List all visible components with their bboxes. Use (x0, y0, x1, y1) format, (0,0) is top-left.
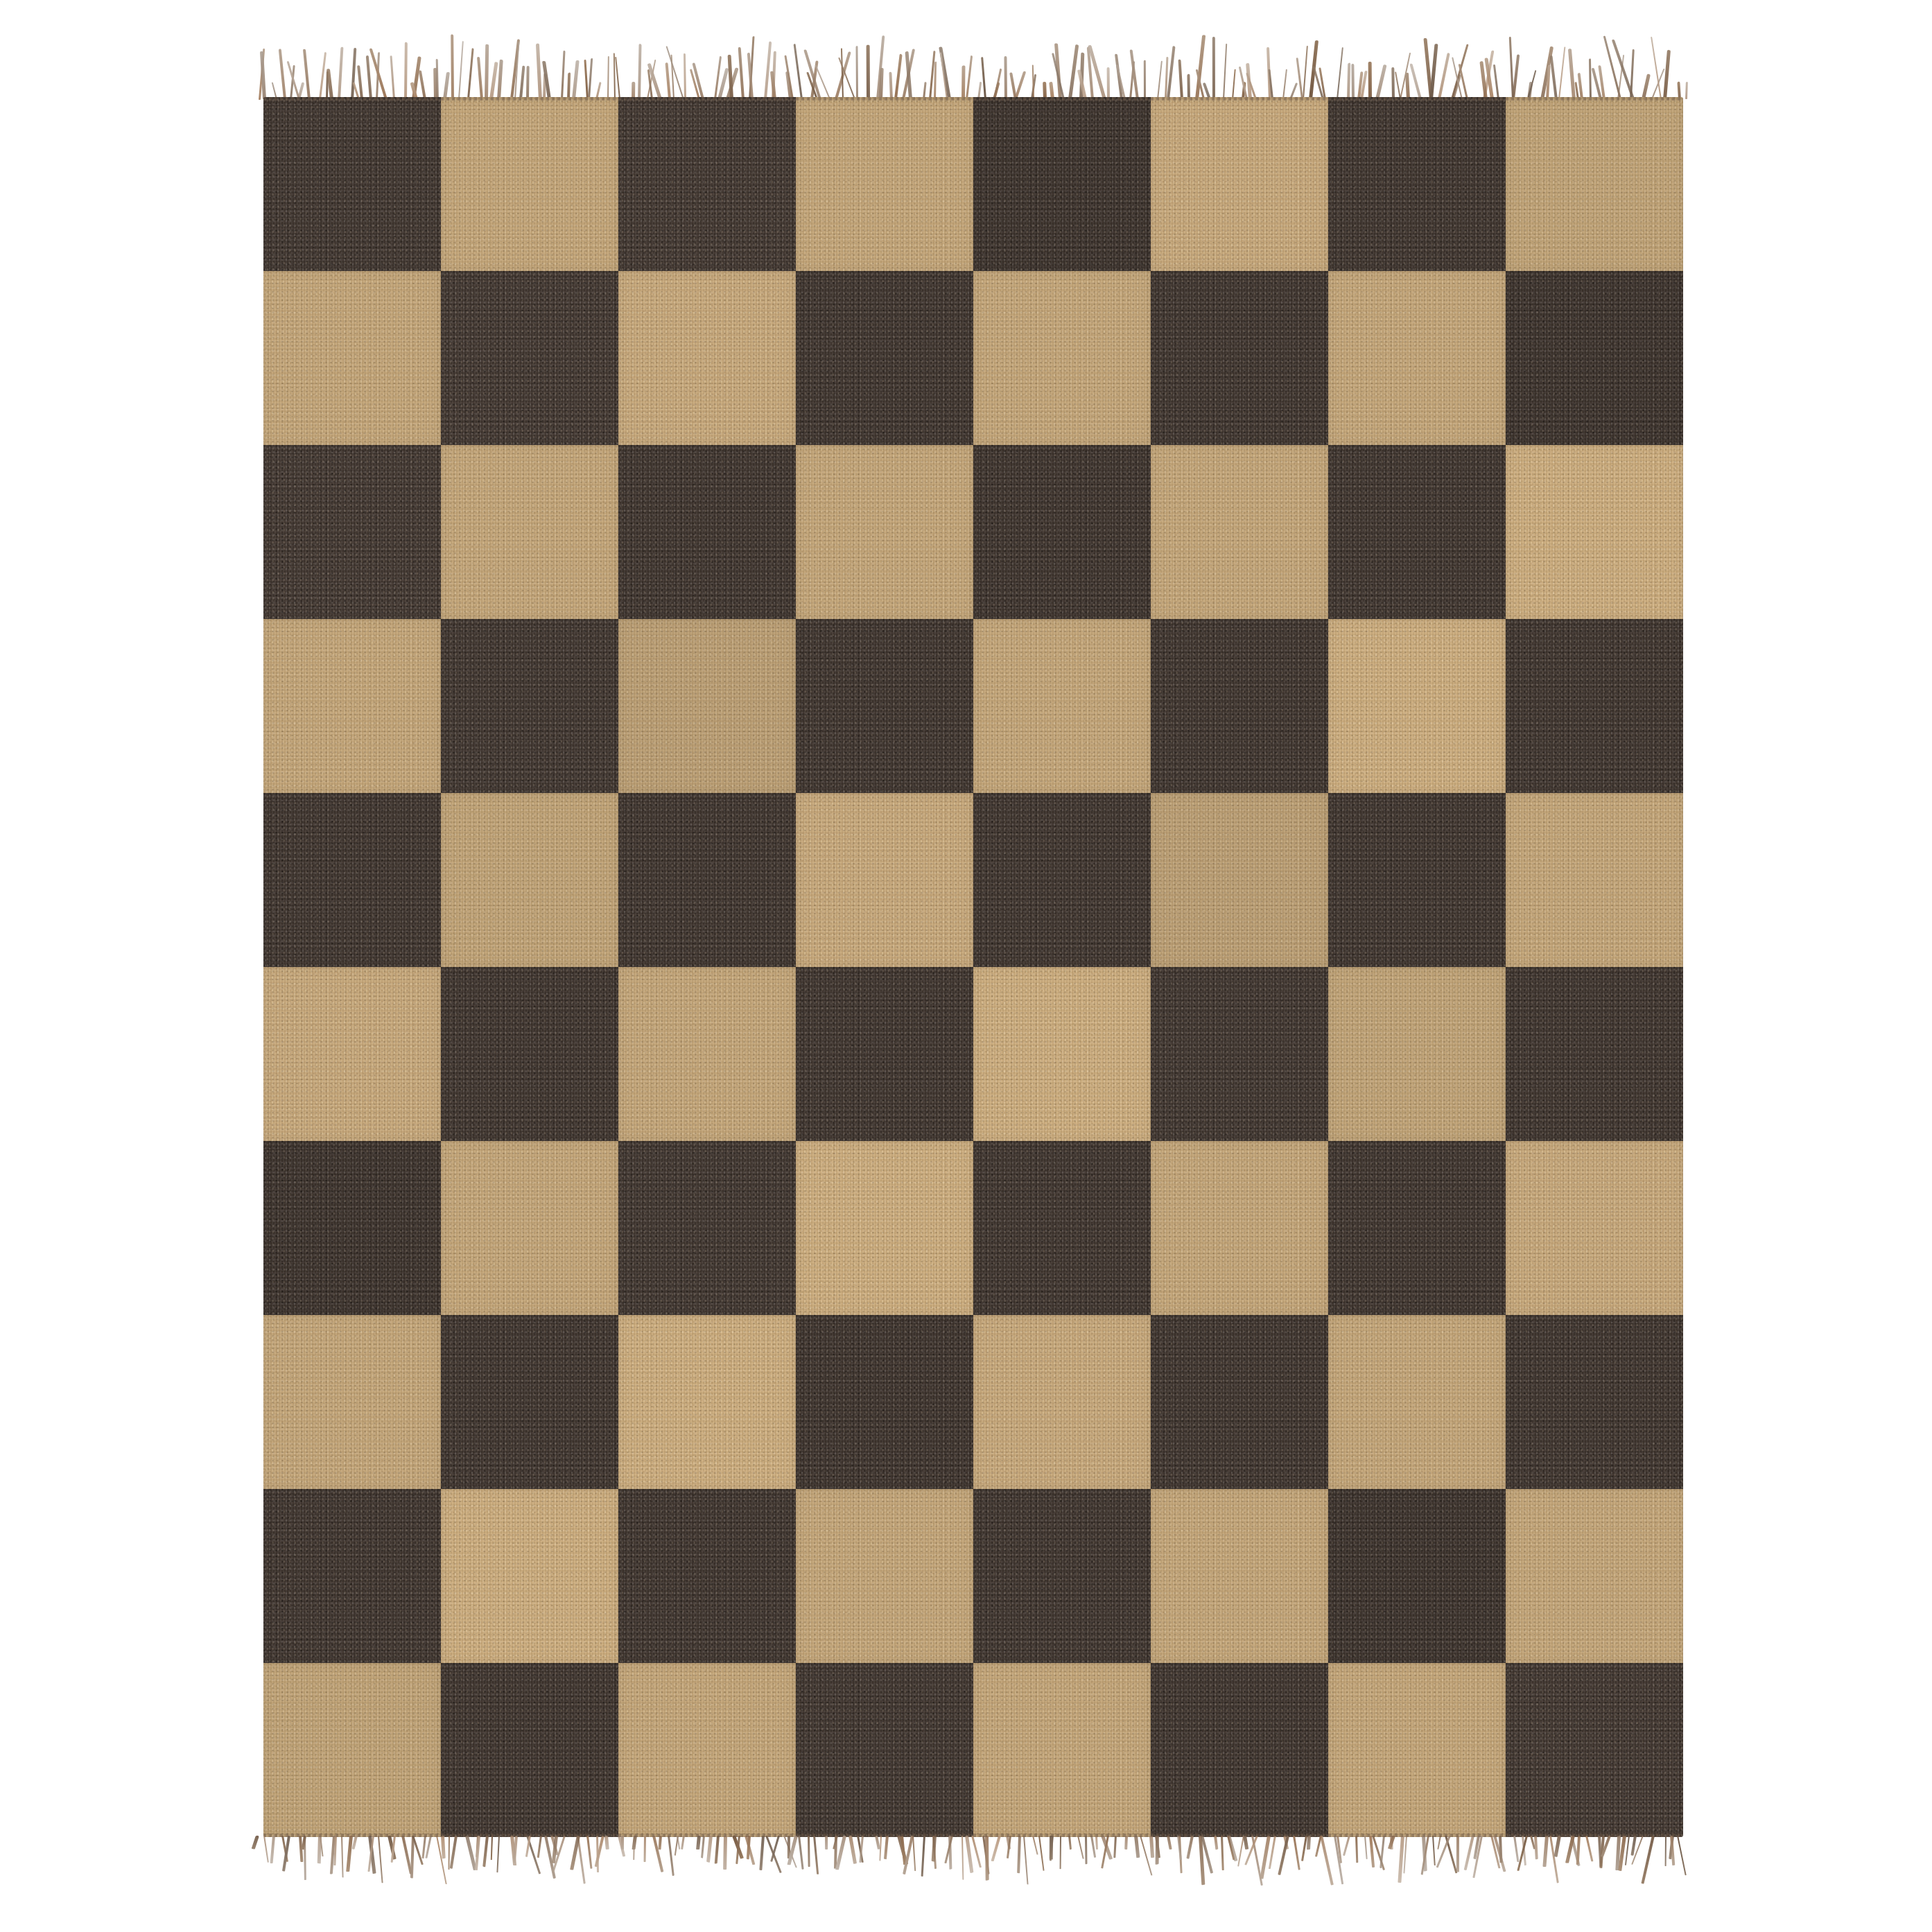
fringe-strand (450, 1836, 458, 1869)
fringe-strand (1178, 1836, 1182, 1873)
fringe-strand (658, 1836, 661, 1850)
fringe-strand (1315, 1836, 1322, 1856)
square-r8c3 (618, 1315, 796, 1489)
square-r5c7 (1328, 793, 1506, 967)
square-r10c8 (1506, 1663, 1683, 1837)
fringe-strand (879, 68, 884, 99)
fringe-strand (1357, 71, 1364, 99)
square-r9c8 (1506, 1489, 1683, 1663)
fringe-strand (1227, 1836, 1237, 1861)
fringe-strand (476, 1836, 479, 1857)
photo-canvas (0, 0, 1932, 1932)
fringe-strand (993, 68, 1002, 99)
fringe-strand (1619, 1836, 1627, 1871)
fringe-strand (542, 61, 551, 99)
fringe-strand (1423, 38, 1432, 99)
square-r1c6 (1151, 97, 1328, 271)
fringe-strand (929, 51, 935, 99)
fringe-strand (810, 60, 818, 99)
fringe-strand (552, 1836, 566, 1872)
fringe-strand (1309, 40, 1319, 99)
fringe-strand (1642, 1836, 1655, 1884)
fringe-strand (1565, 1836, 1575, 1863)
fringe-strand (1282, 69, 1287, 100)
fringe-strand (270, 1836, 276, 1863)
fringe-strand (1116, 64, 1126, 99)
fringe-strand (1307, 1836, 1311, 1850)
fringe-strand (787, 1836, 790, 1859)
fringe-strand (1612, 40, 1635, 99)
fringe-strand (875, 1836, 880, 1850)
fringe-strand (1380, 1836, 1385, 1869)
fringe-strand (806, 72, 818, 100)
fringe-strand (633, 1836, 635, 1860)
square-r4c1 (263, 619, 441, 793)
square-r8c1 (263, 1315, 441, 1489)
fringe-strand (376, 53, 380, 99)
fringe-strand (436, 1836, 447, 1884)
fringe-strand (674, 1836, 678, 1856)
fringe-strand (436, 59, 439, 99)
square-r8c5 (973, 1315, 1151, 1489)
fringe-strand (902, 49, 915, 99)
fringe-strand (835, 1836, 846, 1870)
fringe-strand (536, 43, 542, 99)
square-r2c4 (796, 271, 973, 445)
fringe-strand (665, 46, 684, 99)
fringe-strand (966, 55, 973, 100)
fringe-strand (1115, 54, 1123, 99)
square-r8c8 (1506, 1315, 1683, 1489)
fringe-strand (260, 51, 266, 99)
fringe-strand (647, 60, 656, 99)
square-r8c7 (1328, 1315, 1506, 1489)
fringe-strand (859, 1836, 863, 1863)
fringe-strand (638, 44, 642, 100)
fringe-strand (1113, 1836, 1116, 1858)
fringe-strand (304, 1836, 306, 1880)
fringe-strand (1347, 62, 1350, 99)
fringe-strand (514, 42, 519, 99)
fringe-strand (1283, 1836, 1289, 1850)
fringe-strand (921, 1836, 926, 1877)
fringe-strand (1156, 1836, 1159, 1865)
fringe-strand (1585, 1836, 1593, 1862)
fringe-strand (1245, 1836, 1259, 1865)
square-r4c5 (973, 619, 1151, 793)
fringe-strand (1260, 1836, 1270, 1879)
fringe-strand (1429, 44, 1438, 100)
square-r6c3 (618, 967, 796, 1141)
fringe-strand (1534, 1836, 1538, 1859)
fringe-strand (1527, 70, 1537, 100)
fringe-strand (1337, 1836, 1342, 1864)
fringe-strand (525, 1836, 531, 1858)
checkerboard-rug (263, 97, 1683, 1837)
fringe-strand (290, 65, 295, 99)
square-r7c5 (973, 1141, 1151, 1315)
fringe-strand (1334, 1836, 1344, 1885)
fringe-strand (1006, 1836, 1011, 1850)
fringe-strand (526, 66, 529, 99)
square-r1c5 (973, 97, 1151, 271)
square-r4c4 (796, 619, 973, 793)
fringe-bottom (258, 1836, 1689, 1891)
fringe-strand (1144, 60, 1146, 99)
fringe-strand (940, 52, 948, 99)
fringe-strand (1004, 56, 1007, 99)
fringe-strand (287, 61, 301, 100)
square-r5c1 (263, 793, 441, 967)
fringe-strand (749, 36, 755, 99)
fringe-strand (1480, 61, 1488, 99)
fringe-strand (263, 1836, 269, 1863)
fringe-strand (1452, 74, 1461, 100)
fringe-strand (1603, 36, 1621, 99)
fringe-strand (939, 47, 952, 100)
fringe-strand (1049, 1836, 1053, 1861)
fringe-strand (1355, 1836, 1359, 1863)
fringe-strand (1223, 43, 1228, 99)
fringe-strand (1296, 58, 1304, 99)
fringe-strand (410, 1836, 415, 1879)
fringe-strand (857, 1836, 864, 1862)
square-r1c1 (263, 97, 441, 271)
fringe-strand (982, 1836, 989, 1874)
checkerboard (263, 97, 1683, 1837)
fringe-strand (1232, 69, 1236, 99)
fringe-strand (894, 54, 902, 100)
fringe-strand (388, 1836, 396, 1860)
fringe-strand (889, 71, 893, 99)
square-r8c2 (441, 1315, 618, 1489)
fringe-strand (302, 49, 310, 99)
square-r3c6 (1151, 445, 1328, 619)
fringe-strand (794, 44, 803, 99)
square-r2c8 (1506, 271, 1683, 445)
fringe-strand (1095, 1836, 1098, 1850)
square-r4c8 (1506, 619, 1683, 793)
fringe-strand (1601, 1836, 1611, 1857)
fringe-strand (787, 1836, 798, 1865)
fringe-strand (1517, 1836, 1528, 1871)
fringe-strand (1509, 37, 1515, 100)
square-r6c1 (263, 967, 441, 1141)
square-r6c4 (796, 967, 973, 1141)
square-r4c3 (618, 619, 796, 793)
fringe-strand (299, 1836, 303, 1862)
square-r5c5 (973, 793, 1151, 967)
fringe-strand (1410, 63, 1422, 99)
fringe-strand (326, 69, 333, 99)
fringe-strand (745, 1836, 756, 1865)
fringe-strand (543, 73, 546, 99)
fringe-strand (1546, 64, 1551, 99)
fringe-strand (1630, 49, 1634, 99)
fringe-strand (770, 1836, 780, 1862)
fringe-strand (621, 1836, 624, 1850)
fringe-strand (808, 1836, 810, 1867)
fringe-strand (1400, 53, 1411, 99)
fringe-strand (1246, 73, 1256, 100)
fringe-strand (544, 1835, 556, 1879)
fringe-strand (1054, 44, 1062, 99)
fringe-strand (1165, 57, 1168, 99)
fringe-strand (1456, 1836, 1459, 1872)
fringe-strand (1677, 1836, 1687, 1875)
fringe-strand (1303, 46, 1308, 99)
fringe-strand (1090, 1836, 1096, 1858)
fringe-strand (1140, 1836, 1153, 1875)
square-r9c5 (973, 1489, 1151, 1663)
fringe-strand (1540, 46, 1554, 99)
square-r2c6 (1151, 271, 1328, 445)
fringe-strand (1499, 1836, 1503, 1863)
square-r6c6 (1151, 967, 1328, 1141)
fringe-strand (1134, 1836, 1140, 1859)
fringe-strand (1149, 1836, 1154, 1858)
fringe-strand (577, 1836, 586, 1884)
fringe-strand (1463, 1836, 1474, 1871)
fringe-strand (302, 1836, 306, 1850)
square-r1c3 (618, 97, 796, 271)
square-r2c7 (1328, 271, 1506, 445)
fringe-strand (772, 51, 776, 99)
fringe-strand (1195, 35, 1206, 99)
square-r1c7 (1328, 97, 1506, 271)
fringe-strand (677, 1836, 680, 1850)
fringe-strand (728, 55, 733, 99)
fringe-strand (391, 1836, 396, 1863)
fringe-strand (1625, 1836, 1630, 1865)
square-r7c6 (1151, 1141, 1328, 1315)
fringe-strand (1670, 1836, 1675, 1865)
fringe-strand (1023, 1836, 1029, 1884)
fringe-strand (1014, 71, 1026, 99)
square-r4c7 (1328, 619, 1506, 793)
fringe-strand (738, 47, 744, 99)
square-r2c3 (618, 271, 796, 445)
fringe-strand (1360, 71, 1368, 99)
fringe-strand (1212, 37, 1215, 99)
fringe-strand (726, 67, 739, 99)
fringe-strand (618, 1836, 625, 1857)
fringe-strand (723, 1836, 727, 1870)
fringe-strand (1031, 74, 1036, 99)
square-r5c6 (1151, 793, 1328, 967)
fringe-strand (1631, 1836, 1644, 1865)
fringe-strand (1549, 55, 1557, 99)
fringe-strand (1079, 53, 1084, 100)
fringe-strand (1493, 64, 1499, 99)
fringe-strand (485, 44, 489, 99)
fringe-strand (1485, 58, 1494, 100)
fringe-strand (1445, 1836, 1458, 1874)
fringe-strand (736, 1836, 740, 1864)
fringe-strand (1085, 1836, 1088, 1864)
fringe-strand (404, 42, 408, 99)
fringe-strand (1651, 69, 1665, 99)
fringe-strand (1017, 1836, 1020, 1874)
fringe-strand (1395, 72, 1401, 99)
fringe-strand (934, 62, 937, 100)
fringe-strand (1513, 1836, 1520, 1862)
fringe-strand (1390, 1836, 1393, 1850)
fringe-strand (668, 1836, 675, 1876)
fringe-strand (572, 60, 579, 99)
fringe-strand (1050, 1836, 1053, 1860)
fringe-strand (551, 1836, 557, 1863)
fringe-strand (1651, 37, 1662, 99)
fringe-top (258, 33, 1689, 99)
square-r5c8 (1506, 793, 1683, 967)
fringe-strand (965, 1836, 973, 1874)
square-r7c2 (441, 1141, 618, 1315)
fringe-strand (856, 46, 858, 99)
square-r7c1 (263, 1141, 441, 1315)
square-r9c2 (441, 1489, 618, 1663)
fringe-strand (412, 56, 421, 100)
fringe-strand (1221, 1836, 1224, 1870)
fringe-strand (1421, 1836, 1429, 1875)
square-r3c1 (263, 445, 441, 619)
fringe-strand (1558, 47, 1566, 99)
fringe-strand (251, 1836, 259, 1850)
fringe-strand (1432, 1836, 1436, 1865)
fringe-strand (717, 68, 729, 100)
square-r3c7 (1328, 445, 1506, 619)
fringe-strand (1195, 69, 1204, 99)
fringe-strand (607, 56, 609, 99)
fringe-strand (1530, 1836, 1535, 1850)
square-r1c2 (441, 97, 618, 271)
fringe-strand (596, 1836, 599, 1872)
square-r9c3 (618, 1489, 796, 1663)
fringe-strand (665, 62, 671, 99)
fringe-strand (764, 42, 772, 100)
fringe-strand (1458, 64, 1468, 100)
fringe-strand (1320, 1836, 1334, 1886)
fringe-strand (1167, 1836, 1172, 1850)
fringe-strand (1512, 54, 1520, 99)
fringe-strand (594, 1836, 604, 1868)
fringe-strand (759, 1836, 765, 1870)
fringe-strand (1368, 62, 1371, 100)
fringe-strand (876, 35, 885, 99)
fringe-strand (1177, 1836, 1181, 1860)
fringe-strand (604, 1836, 609, 1850)
fringe-strand (1129, 61, 1135, 99)
fringe-strand (1032, 65, 1035, 99)
fringe-strand (1267, 47, 1271, 99)
fringe-strand (1007, 1836, 1011, 1859)
fringe-strand (1473, 1836, 1479, 1859)
fringe-strand (747, 53, 753, 99)
square-r6c7 (1328, 967, 1506, 1141)
fringe-strand (1663, 50, 1671, 99)
fringe-strand (334, 1836, 337, 1865)
fringe-strand (825, 1836, 828, 1850)
fringe-strand (441, 1836, 445, 1859)
square-r10c6 (1151, 1663, 1328, 1837)
fringe-strand (1364, 1836, 1368, 1859)
fringe-strand (401, 1836, 412, 1874)
fringe-strand (451, 34, 454, 99)
square-r10c5 (973, 1663, 1151, 1837)
square-r8c4 (796, 1315, 973, 1489)
fringe-strand (1452, 57, 1463, 99)
fringe-strand (489, 62, 498, 100)
fringe-strand (338, 47, 343, 100)
fringe-strand (835, 51, 851, 99)
fringe-strand (510, 39, 520, 99)
square-r6c5 (973, 967, 1151, 1141)
fringe-strand (684, 53, 686, 99)
fringe-strand (613, 53, 615, 99)
fringe-strand (1238, 67, 1248, 100)
fringe-strand (746, 1836, 750, 1859)
fringe-strand (1642, 73, 1650, 99)
fringe-strand (586, 1836, 593, 1869)
fringe-strand (570, 1836, 580, 1870)
fringe-strand (841, 48, 844, 99)
fringe-strand (1243, 1836, 1248, 1850)
fringe-strand (369, 48, 388, 99)
square-r2c2 (441, 271, 618, 445)
fringe-strand (378, 1836, 383, 1883)
fringe-strand (467, 49, 473, 100)
fringe-strand (1251, 1836, 1262, 1886)
fringe-strand (1124, 1836, 1128, 1850)
fringe-strand (948, 1836, 952, 1870)
fringe-strand (1269, 69, 1274, 99)
fringe-strand (1615, 1836, 1620, 1870)
fringe-strand (784, 55, 794, 99)
fringe-strand (346, 1836, 353, 1872)
square-r7c3 (618, 1141, 796, 1315)
fringe-strand (681, 1836, 685, 1850)
square-r5c4 (796, 793, 973, 967)
square-r2c5 (973, 271, 1151, 445)
fringe-strand (443, 72, 450, 99)
fringe-strand (1490, 1836, 1500, 1868)
square-r10c2 (441, 1663, 618, 1837)
fringe-strand (991, 1836, 1002, 1862)
fringe-strand (526, 1836, 541, 1874)
fringe-strand (1178, 59, 1184, 99)
fringe-strand (1086, 46, 1093, 99)
fringe-strand (588, 58, 593, 99)
fringe-strand (1155, 1836, 1160, 1858)
fringe-strand (1351, 64, 1354, 99)
square-r3c3 (618, 445, 796, 619)
fringe-strand (1077, 70, 1087, 100)
fringe-strand (1167, 46, 1176, 99)
fringe-strand (496, 1836, 500, 1872)
fringe-strand (326, 71, 329, 99)
fringe-strand (706, 1835, 713, 1863)
fringe-strand (426, 1836, 433, 1859)
fringe-strand (1052, 53, 1065, 99)
fringe-strand (961, 66, 965, 100)
square-r4c2 (441, 619, 618, 793)
fringe-strand (1669, 1836, 1674, 1860)
fringe-strand (510, 1836, 516, 1866)
fringe-strand (482, 1836, 488, 1868)
fringe-strand (897, 1836, 908, 1865)
square-r1c8 (1506, 97, 1683, 271)
fringe-strand (971, 1836, 982, 1868)
